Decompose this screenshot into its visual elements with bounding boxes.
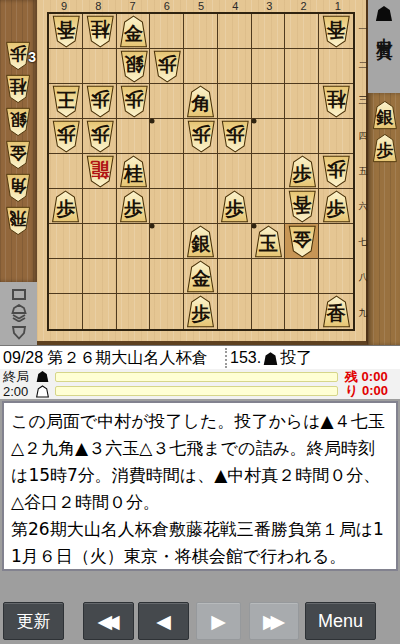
gote-time-remaining: り 0:00 [345,382,397,400]
kifu-title-bar[interactable]: 09/28 第２６期大山名人杯倉 153. 投了 [0,345,400,370]
commentary-box[interactable]: この局面で中村が投了した。投了からは▲４七玉△２九角▲３六玉△３七飛までの詰み。… [2,401,398,571]
col-label: 7 [115,0,149,12]
shogi-piece-歩[interactable]: 歩 [370,132,400,164]
shogi-piece-金[interactable]: 金 [285,224,319,259]
move-text: 投了 [280,348,312,369]
hand-slot[interactable]: 金 [3,139,33,172]
gote-hand-tray: 歩3桂銀金角飛 [0,0,37,282]
col-label: 3 [252,0,286,12]
empty-tray-stack-icon [10,304,28,322]
gote-clock-label: 2:00 [3,384,35,399]
shogi-piece-金[interactable]: 金 [117,14,151,49]
shogi-piece-香[interactable]: 香 [319,14,353,49]
shogi-board: 987654321 一二三四五六七八九 香桂金香銀歩王歩歩角桂歩歩歩歩龍桂歩歩歩… [37,0,368,345]
col-label: 5 [184,0,218,12]
shogi-piece-角[interactable]: 角 [3,172,33,204]
shogi-piece-銀[interactable]: 銀 [184,224,218,259]
move-number: 153. [230,349,261,367]
update-button-label: 更新 [17,610,51,633]
hand-slot[interactable]: 歩 [370,132,398,165]
sente-player-panel: 中村真 [368,0,400,93]
shogi-piece-歩[interactable]: 歩 [184,119,218,154]
shogi-piece-銀[interactable]: 銀 [3,106,33,138]
shogi-piece-香[interactable]: 香 [319,294,353,329]
hand-slot[interactable]: 飛 [3,205,33,238]
clock-panel: 終局 残 0:00 2:00 り 0:00 [0,369,400,399]
sente-hand-tray: 銀歩 [368,93,400,345]
shogi-piece-歩[interactable]: 歩 [319,189,353,224]
shogi-piece-桂[interactable]: 桂 [3,73,33,105]
sente-clock-row: 終局 残 0:00 [0,370,400,383]
shogi-piece-歩[interactable]: 歩 [117,189,151,224]
fast-forward-icon: ▶▶ [263,612,278,631]
board-column-labels: 987654321 [47,0,355,12]
commentary-paragraph: 第26期大山名人杯倉敷藤花戦三番勝負第１局は11月６日（火）東京・将棋会館で行わ… [11,516,389,570]
shogi-piece-歩[interactable]: 歩 [184,294,218,329]
shogi-piece-歩[interactable]: 歩 [218,119,252,154]
gote-time-bar [55,386,338,396]
shogi-piece-歩[interactable]: 歩 [83,84,117,119]
sente-piece-icon [375,5,393,22]
shogi-piece-歩[interactable]: 歩 [49,189,83,224]
shogi-piece-銀[interactable]: 銀 [117,49,151,84]
col-label: 1 [321,0,355,12]
fast-forward-button[interactable]: ▶▶ [249,602,299,640]
shogi-piece-桂[interactable]: 桂 [319,84,353,119]
col-label: 6 [150,0,184,12]
board-grid-frame: 香桂金香銀歩王歩歩角桂歩歩歩歩龍桂歩歩歩歩歩香歩銀玉金金歩香 [47,12,355,331]
rewind-icon: ◀◀ [97,612,112,631]
sente-hand-list: 銀歩 [368,99,400,165]
shogi-piece-金[interactable]: 金 [3,139,33,171]
current-move: 153. 投了 [230,348,312,369]
shogi-app-screen: 歩3桂銀金角飛 987654321 一二三四五六七八九 香桂金香銀歩王歩歩角桂歩… [0,0,400,644]
shogi-piece-角[interactable]: 角 [184,84,218,119]
shogi-piece-歩[interactable]: 歩 [218,189,252,224]
shogi-piece-歩[interactable]: 歩 [83,119,117,154]
hand-slot[interactable]: 桂 [3,73,33,106]
gote-hand-list: 歩3桂銀金角飛 [0,40,37,238]
col-label: 4 [218,0,252,12]
title-cursor [225,348,227,368]
pieces-layer: 香桂金香銀歩王歩歩角桂歩歩歩歩龍桂歩歩歩歩歩香歩銀玉金金歩香 [49,14,353,329]
gote-piece-icon [36,385,49,398]
event-title: 09/28 第２６期大山名人杯倉 [3,348,225,369]
step-forward-button[interactable]: ▶ [196,602,241,640]
shogi-piece-銀[interactable]: 銀 [370,99,400,131]
col-label: 9 [47,0,81,12]
hand-slot[interactable]: 銀 [3,106,33,139]
sente-piece-icon [36,370,49,383]
hand-piece-count: 3 [28,49,36,65]
step-back-icon: ◀ [156,612,171,631]
shogi-piece-桂[interactable]: 桂 [83,14,117,49]
sente-empty-tray [0,282,37,345]
sente-piece-icon [263,351,278,366]
step-back-button[interactable]: ◀ [138,602,189,640]
shogi-piece-王[interactable]: 王 [49,84,83,119]
rewind-to-start-button[interactable]: ◀◀ [83,602,134,640]
step-forward-icon: ▶ [211,612,226,631]
hand-slot[interactable]: 角 [3,172,33,205]
shogi-piece-歩[interactable]: 歩 [49,119,83,154]
col-label: 8 [81,0,115,12]
shogi-piece-歩[interactable]: 歩 [285,154,319,189]
shogi-piece-歩[interactable]: 歩 [319,154,353,189]
shogi-piece-香[interactable]: 香 [49,14,83,49]
shogi-piece-飛[interactable]: 飛 [3,205,33,237]
col-label: 2 [287,0,321,12]
shogi-piece-歩[interactable]: 歩 [150,49,184,84]
shogi-piece-金[interactable]: 金 [184,259,218,294]
shogi-piece-歩[interactable]: 歩 [117,84,151,119]
empty-tray-square-icon [11,288,27,301]
update-button[interactable]: 更新 [3,602,64,640]
shogi-piece-桂[interactable]: 桂 [117,154,151,189]
hand-slot[interactable]: 歩3 [3,40,33,73]
hand-slot[interactable]: 銀 [370,99,398,132]
commentary-paragraph: この局面で中村が投了した。投了からは▲４七玉△２九角▲３六玉△３七飛までの詰み。… [11,408,389,516]
menu-button[interactable]: Menu [305,602,376,640]
empty-tray-piece-icon [11,325,27,340]
shogi-piece-玉[interactable]: 玉 [252,224,286,259]
sente-player-name: 中村真 [374,25,395,34]
shogi-piece-龍[interactable]: 龍 [83,154,117,189]
gote-clock-row: 2:00 り 0:00 [0,385,400,398]
menu-button-label: Menu [318,611,363,632]
sente-time-bar [55,372,338,382]
shogi-piece-香[interactable]: 香 [285,189,319,224]
